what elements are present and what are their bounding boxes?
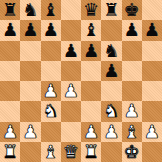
square-a3[interactable] bbox=[0, 101, 20, 121]
black-pawn-piece: ♟ bbox=[22, 21, 38, 39]
white-knight-piece: ♞ bbox=[103, 102, 119, 120]
square-b6[interactable] bbox=[20, 41, 40, 61]
square-e3[interactable] bbox=[81, 101, 101, 121]
square-c4[interactable]: ♟ bbox=[41, 81, 61, 101]
square-c6[interactable] bbox=[41, 41, 61, 61]
square-a7[interactable]: ♟ bbox=[0, 20, 20, 40]
square-e8[interactable]: ♛ bbox=[81, 0, 101, 20]
square-g1[interactable]: ♚ bbox=[122, 142, 142, 162]
square-h8[interactable] bbox=[142, 0, 162, 20]
square-d1[interactable]: ♛ bbox=[61, 142, 81, 162]
square-a8[interactable]: ♜ bbox=[0, 0, 20, 20]
white-rook-piece: ♜ bbox=[2, 142, 18, 160]
square-e4[interactable] bbox=[81, 81, 101, 101]
black-pawn-piece: ♟ bbox=[124, 21, 140, 39]
white-pawn-piece: ♟ bbox=[103, 122, 119, 140]
square-g3[interactable]: ♟ bbox=[122, 101, 142, 121]
white-pawn-piece: ♟ bbox=[83, 122, 99, 140]
square-c5[interactable] bbox=[41, 61, 61, 81]
square-h2[interactable]: ♟ bbox=[142, 122, 162, 142]
black-queen-piece: ♛ bbox=[83, 1, 99, 19]
square-e1[interactable]: ♜ bbox=[81, 142, 101, 162]
square-d7[interactable] bbox=[61, 20, 81, 40]
white-pawn-piece: ♟ bbox=[63, 82, 79, 100]
white-pawn-piece: ♟ bbox=[22, 122, 38, 140]
square-e7[interactable]: ♝ bbox=[81, 20, 101, 40]
square-h6[interactable] bbox=[142, 41, 162, 61]
black-knight-piece: ♞ bbox=[22, 1, 38, 19]
square-g4[interactable] bbox=[122, 81, 142, 101]
square-b2[interactable]: ♟ bbox=[20, 122, 40, 142]
square-b4[interactable] bbox=[20, 81, 40, 101]
square-h7[interactable]: ♟ bbox=[142, 20, 162, 40]
square-h4[interactable] bbox=[142, 81, 162, 101]
square-f2[interactable]: ♟ bbox=[101, 122, 121, 142]
white-knight-piece: ♞ bbox=[43, 102, 59, 120]
white-pawn-piece: ♟ bbox=[144, 122, 160, 140]
white-queen-piece: ♛ bbox=[63, 142, 79, 160]
black-rook-piece: ♜ bbox=[103, 1, 119, 19]
white-pawn-piece: ♟ bbox=[2, 122, 18, 140]
square-a5[interactable] bbox=[0, 61, 20, 81]
square-h3[interactable] bbox=[142, 101, 162, 121]
square-b3[interactable] bbox=[20, 101, 40, 121]
square-f4[interactable] bbox=[101, 81, 121, 101]
square-h1[interactable] bbox=[142, 142, 162, 162]
black-bishop-piece: ♝ bbox=[43, 1, 59, 19]
square-f3[interactable]: ♞ bbox=[101, 101, 121, 121]
white-pawn-piece: ♟ bbox=[43, 82, 59, 100]
square-c1[interactable]: ♝ bbox=[41, 142, 61, 162]
black-bishop-piece: ♝ bbox=[83, 21, 99, 39]
square-d2[interactable] bbox=[61, 122, 81, 142]
square-g2[interactable]: ♝ bbox=[122, 122, 142, 142]
square-e5[interactable] bbox=[81, 61, 101, 81]
square-f7[interactable] bbox=[101, 20, 121, 40]
square-h5[interactable] bbox=[142, 61, 162, 81]
black-pawn-piece: ♟ bbox=[63, 41, 79, 59]
square-g6[interactable] bbox=[122, 41, 142, 61]
square-f8[interactable]: ♜ bbox=[101, 0, 121, 20]
square-a6[interactable] bbox=[0, 41, 20, 61]
black-pawn-piece: ♟ bbox=[144, 21, 160, 39]
black-pawn-piece: ♟ bbox=[2, 21, 18, 39]
white-bishop-piece: ♝ bbox=[124, 122, 140, 140]
square-c2[interactable] bbox=[41, 122, 61, 142]
square-f1[interactable] bbox=[101, 142, 121, 162]
square-c8[interactable]: ♝ bbox=[41, 0, 61, 20]
square-d3[interactable] bbox=[61, 101, 81, 121]
black-rook-piece: ♜ bbox=[2, 1, 18, 19]
square-e6[interactable]: ♟ bbox=[81, 41, 101, 61]
square-d6[interactable]: ♟ bbox=[61, 41, 81, 61]
square-d4[interactable]: ♟ bbox=[61, 81, 81, 101]
square-f5[interactable]: ♟ bbox=[101, 61, 121, 81]
black-pawn-piece: ♟ bbox=[83, 41, 99, 59]
black-pawn-piece: ♟ bbox=[43, 21, 59, 39]
square-a1[interactable]: ♜ bbox=[0, 142, 20, 162]
square-b5[interactable] bbox=[20, 61, 40, 81]
white-king-piece: ♚ bbox=[124, 142, 140, 160]
white-pawn-piece: ♟ bbox=[124, 102, 140, 120]
square-c7[interactable]: ♟ bbox=[41, 20, 61, 40]
square-g8[interactable]: ♚ bbox=[122, 0, 142, 20]
square-d5[interactable] bbox=[61, 61, 81, 81]
white-bishop-piece: ♝ bbox=[43, 142, 59, 160]
square-g5[interactable] bbox=[122, 61, 142, 81]
black-knight-piece: ♞ bbox=[103, 41, 119, 59]
square-d8[interactable] bbox=[61, 0, 81, 20]
square-b8[interactable]: ♞ bbox=[20, 0, 40, 20]
square-g7[interactable]: ♟ bbox=[122, 20, 142, 40]
square-a4[interactable] bbox=[0, 81, 20, 101]
black-king-piece: ♚ bbox=[124, 1, 140, 19]
square-e2[interactable]: ♟ bbox=[81, 122, 101, 142]
square-a2[interactable]: ♟ bbox=[0, 122, 20, 142]
white-rook-piece: ♜ bbox=[83, 142, 99, 160]
square-b7[interactable]: ♟ bbox=[20, 20, 40, 40]
square-b1[interactable] bbox=[20, 142, 40, 162]
black-pawn-piece: ♟ bbox=[103, 61, 119, 79]
square-f6[interactable]: ♞ bbox=[101, 41, 121, 61]
square-c3[interactable]: ♞ bbox=[41, 101, 61, 121]
chess-board: ♜♞♝♛♜♚♟♟♟♝♟♟♟♟♞♟♟♟♞♞♟♟♟♟♟♝♟♜♝♛♜♚ bbox=[0, 0, 162, 162]
